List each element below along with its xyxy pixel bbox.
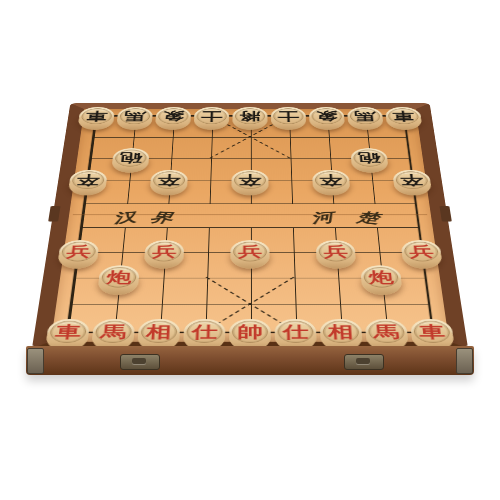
piece-black-chariot[interactable]: 車 <box>385 107 422 125</box>
scene: 汉 界 河 楚 車馬象士將士象馬車砲砲卒卒卒卒卒兵兵兵兵兵炮炮車馬相仕帥仕相馬車 <box>0 0 500 500</box>
piece-glyph: 將 <box>239 110 261 121</box>
piece-glyph: 卒 <box>400 174 425 187</box>
piece-red-chariot[interactable]: 車 <box>45 319 90 345</box>
piece-glyph: 馬 <box>100 324 127 340</box>
piece-glyph: 兵 <box>323 244 348 258</box>
piece-glyph: 卒 <box>239 174 262 187</box>
piece-black-general[interactable]: 將 <box>232 107 267 125</box>
piece-glyph: 士 <box>201 110 223 121</box>
piece-black-cannon[interactable]: 砲 <box>112 148 150 168</box>
corner-bracket-left-icon <box>27 348 44 374</box>
piece-black-horse[interactable]: 馬 <box>347 107 384 125</box>
piece-black-chariot[interactable]: 車 <box>78 107 115 125</box>
piece-glyph: 卒 <box>157 174 181 187</box>
pieces-layer: 車馬象士將士象馬車砲砲卒卒卒卒卒兵兵兵兵兵炮炮車馬相仕帥仕相馬車 <box>43 106 456 346</box>
piece-red-elephant[interactable]: 相 <box>137 319 180 345</box>
piece-black-horse[interactable]: 馬 <box>116 107 153 125</box>
piece-glyph: 馬 <box>124 110 147 121</box>
corner-bracket-right-icon <box>456 348 473 374</box>
piece-glyph: 馬 <box>373 324 400 340</box>
piece-red-horse[interactable]: 馬 <box>365 319 409 345</box>
piece-black-elephant[interactable]: 象 <box>309 107 345 125</box>
latch-clasp-left-icon <box>120 354 160 370</box>
piece-black-soldier[interactable]: 卒 <box>150 170 188 191</box>
piece-red-advisor[interactable]: 仕 <box>183 319 225 345</box>
product-photo: 汉 界 河 楚 車馬象士將士象馬車砲砲卒卒卒卒卒兵兵兵兵兵炮炮車馬相仕帥仕相馬車 <box>0 0 500 500</box>
board-frame: 汉 界 河 楚 車馬象士將士象馬車砲砲卒卒卒卒卒兵兵兵兵兵炮炮車馬相仕帥仕相馬車 <box>32 103 468 348</box>
piece-red-soldier[interactable]: 兵 <box>230 240 269 263</box>
xiangqi-board: 汉 界 河 楚 車馬象士將士象馬車砲砲卒卒卒卒卒兵兵兵兵兵炮炮車馬相仕帥仕相馬車 <box>32 103 468 348</box>
piece-glyph: 兵 <box>238 244 262 258</box>
latch-clasp-right-icon <box>344 354 384 370</box>
piece-red-elephant[interactable]: 相 <box>320 319 363 345</box>
piece-glyph: 炮 <box>106 270 132 285</box>
piece-glyph: 車 <box>54 324 82 340</box>
piece-glyph: 帥 <box>237 324 263 340</box>
piece-red-chariot[interactable]: 車 <box>410 319 455 345</box>
piece-red-soldier[interactable]: 兵 <box>58 240 100 263</box>
piece-glyph: 仕 <box>191 324 217 340</box>
piece-red-cannon[interactable]: 炮 <box>98 265 140 289</box>
piece-glyph: 兵 <box>408 244 434 258</box>
piece-glyph: 相 <box>146 324 173 340</box>
piece-black-cannon[interactable]: 砲 <box>350 148 388 168</box>
piece-glyph: 炮 <box>368 270 394 285</box>
piece-black-soldier[interactable]: 卒 <box>231 170 268 191</box>
fold-hinge-right-icon <box>439 206 451 221</box>
piece-glyph: 卒 <box>319 174 343 187</box>
piece-red-soldier[interactable]: 兵 <box>315 240 356 263</box>
piece-black-soldier[interactable]: 卒 <box>392 170 432 191</box>
piece-glyph: 卒 <box>76 174 101 187</box>
piece-glyph: 砲 <box>119 152 143 164</box>
piece-black-soldier[interactable]: 卒 <box>312 170 350 191</box>
piece-glyph: 兵 <box>152 244 177 258</box>
board-surface: 汉 界 河 楚 車馬象士將士象馬車砲砲卒卒卒卒卒兵兵兵兵兵炮炮車馬相仕帥仕相馬車 <box>51 109 449 342</box>
piece-glyph: 車 <box>418 324 446 340</box>
piece-glyph: 相 <box>328 324 355 340</box>
piece-red-general[interactable]: 帥 <box>229 319 271 345</box>
piece-glyph: 馬 <box>354 110 377 121</box>
piece-black-soldier[interactable]: 卒 <box>68 170 108 191</box>
piece-red-advisor[interactable]: 仕 <box>274 319 316 345</box>
piece-glyph: 象 <box>162 110 184 121</box>
piece-black-advisor[interactable]: 士 <box>194 107 230 125</box>
piece-black-advisor[interactable]: 士 <box>271 107 307 125</box>
piece-glyph: 車 <box>392 110 415 121</box>
piece-glyph: 象 <box>316 110 338 121</box>
piece-glyph: 仕 <box>282 324 308 340</box>
piece-glyph: 砲 <box>357 152 381 164</box>
piece-black-elephant[interactable]: 象 <box>155 107 191 125</box>
piece-red-soldier[interactable]: 兵 <box>400 240 442 263</box>
piece-glyph: 兵 <box>66 244 92 258</box>
piece-glyph: 車 <box>85 110 108 121</box>
board-front-edge <box>26 346 474 375</box>
piece-red-cannon[interactable]: 炮 <box>360 265 402 289</box>
piece-red-soldier[interactable]: 兵 <box>144 240 185 263</box>
piece-red-horse[interactable]: 馬 <box>91 319 135 345</box>
piece-glyph: 士 <box>277 110 299 121</box>
